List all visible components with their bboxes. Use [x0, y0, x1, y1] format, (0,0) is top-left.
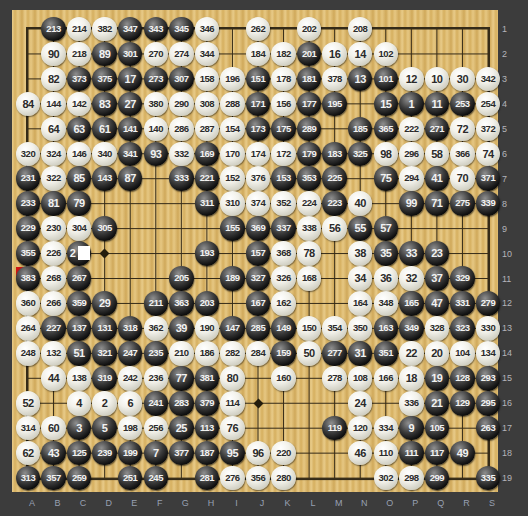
stone-white-B7[interactable]: 322	[41, 166, 66, 191]
stone-white-J1[interactable]: 262	[246, 17, 271, 42]
stone-black-D3[interactable]: 375	[92, 67, 117, 92]
stone-white-E17[interactable]: 198	[118, 416, 143, 441]
stone-black-K9[interactable]: 337	[271, 216, 296, 241]
move-number: 224	[297, 191, 322, 216]
stone-white-M3[interactable]: 378	[322, 67, 347, 92]
stone-black-D5[interactable]: 61	[92, 117, 117, 142]
stone-white-O19[interactable]: 302	[374, 466, 399, 491]
stone-black-O9[interactable]: 57	[374, 216, 399, 241]
stone-black-M17[interactable]: 119	[322, 416, 347, 441]
stone-white-L10[interactable]: 78	[297, 241, 322, 266]
stone-black-F14[interactable]: 235	[144, 341, 169, 366]
stone-black-J10[interactable]: 157	[246, 241, 271, 266]
stone-white-E15[interactable]: 242	[118, 366, 143, 391]
stone-black-H18[interactable]: 187	[195, 441, 220, 466]
stone-white-S14[interactable]: 134	[476, 341, 501, 366]
stone-black-K5[interactable]: 175	[271, 117, 296, 142]
stone-black-R16[interactable]: 129	[450, 391, 475, 416]
stone-black-E19[interactable]: 251	[118, 466, 143, 491]
move-number: 295	[476, 391, 501, 416]
stone-black-D14[interactable]: 321	[92, 341, 117, 366]
stone-black-N9[interactable]: 55	[348, 216, 373, 241]
stone-black-R18[interactable]: 49	[450, 441, 475, 466]
stone-white-K2[interactable]: 182	[271, 42, 296, 67]
stone-white-N1[interactable]: 208	[348, 17, 373, 42]
stone-black-B19[interactable]: 357	[41, 466, 66, 491]
stone-white-O12[interactable]: 348	[374, 291, 399, 316]
stone-white-A13[interactable]: 264	[16, 316, 41, 341]
stone-black-E6[interactable]: 341	[118, 142, 143, 167]
stone-black-E18[interactable]: 199	[118, 441, 143, 466]
stone-black-P12[interactable]: 165	[399, 291, 424, 316]
stone-white-B11[interactable]: 268	[41, 266, 66, 291]
stone-black-B8[interactable]: 81	[41, 191, 66, 216]
move-number: 170	[220, 142, 245, 167]
stone-black-L2[interactable]: 201	[297, 42, 322, 67]
move-number: 247	[118, 341, 143, 366]
stone-black-C13[interactable]: 137	[67, 316, 92, 341]
stone-black-K7[interactable]: 153	[271, 166, 296, 191]
stone-white-F17[interactable]: 256	[144, 416, 169, 441]
stone-black-L3[interactable]: 181	[297, 67, 322, 92]
stone-black-Q12[interactable]: 47	[425, 291, 450, 316]
stone-black-F12[interactable]: 211	[144, 291, 169, 316]
stone-white-Q13[interactable]: 328	[425, 316, 450, 341]
stone-black-I9[interactable]: 155	[220, 216, 245, 241]
stone-black-Q15[interactable]: 19	[425, 366, 450, 391]
stone-white-N11[interactable]: 34	[348, 266, 373, 291]
stone-white-P5[interactable]: 222	[399, 117, 424, 142]
stone-white-F13[interactable]: 362	[144, 316, 169, 341]
stone-white-S6[interactable]: 74	[476, 142, 501, 167]
stone-black-D2[interactable]: 89	[92, 42, 117, 67]
stone-white-I15[interactable]: 80	[220, 366, 245, 391]
stone-black-H19[interactable]: 281	[195, 466, 220, 491]
stone-black-B13[interactable]: 227	[41, 316, 66, 341]
stone-black-D12[interactable]: 29	[92, 291, 117, 316]
stone-white-N12[interactable]: 164	[348, 291, 373, 316]
stone-white-G6[interactable]: 332	[169, 142, 194, 167]
stone-black-F18[interactable]: 7	[144, 441, 169, 466]
stone-black-C8[interactable]: 79	[67, 191, 92, 216]
stone-white-F4[interactable]: 380	[144, 92, 169, 117]
stone-black-P8[interactable]: 99	[399, 191, 424, 216]
stone-white-Q14[interactable]: 20	[425, 341, 450, 366]
stone-white-O18[interactable]: 110	[374, 441, 399, 466]
stone-black-S8[interactable]: 339	[476, 191, 501, 216]
stone-white-I3[interactable]: 196	[220, 67, 245, 92]
stone-black-H7[interactable]: 221	[195, 166, 220, 191]
stone-white-L13[interactable]: 150	[297, 316, 322, 341]
stone-black-H17[interactable]: 113	[195, 416, 220, 441]
stone-black-G13[interactable]: 39	[169, 316, 194, 341]
stone-black-M8[interactable]: 223	[322, 191, 347, 216]
stone-black-R15[interactable]: 128	[450, 366, 475, 391]
stone-black-C7[interactable]: 85	[67, 166, 92, 191]
stone-black-D7[interactable]: 143	[92, 166, 117, 191]
stone-white-D16[interactable]: 2	[92, 391, 117, 416]
stone-white-D1[interactable]: 382	[92, 17, 117, 42]
stone-black-D17[interactable]: 5	[92, 416, 117, 441]
stone-black-J11[interactable]: 327	[246, 266, 271, 291]
stone-white-C9[interactable]: 304	[67, 216, 92, 241]
stone-black-C19[interactable]: 259	[67, 466, 92, 491]
stone-black-F6[interactable]: 93	[144, 142, 169, 167]
stone-white-N2[interactable]: 14	[348, 42, 373, 67]
stone-black-B18[interactable]: 43	[41, 441, 66, 466]
stone-white-B14[interactable]: 132	[41, 341, 66, 366]
stone-white-A17[interactable]: 314	[16, 416, 41, 441]
stone-black-D18[interactable]: 239	[92, 441, 117, 466]
stone-white-J18[interactable]: 96	[246, 441, 271, 466]
stone-white-P6[interactable]: 296	[399, 142, 424, 167]
stone-black-S7[interactable]: 371	[476, 166, 501, 191]
stone-black-L4[interactable]: 177	[297, 92, 322, 117]
stone-white-I19[interactable]: 276	[220, 466, 245, 491]
stone-black-R13[interactable]: 323	[450, 316, 475, 341]
stone-black-G11[interactable]: 205	[169, 266, 194, 291]
stone-black-E13[interactable]: 318	[118, 316, 143, 341]
stone-white-G5[interactable]: 286	[169, 117, 194, 142]
stone-black-D9[interactable]: 305	[92, 216, 117, 241]
stone-white-P15[interactable]: 18	[399, 366, 424, 391]
stone-white-M9[interactable]: 56	[322, 216, 347, 241]
stone-white-S3[interactable]: 342	[476, 67, 501, 92]
stone-black-C17[interactable]: 3	[67, 416, 92, 441]
stone-white-M15[interactable]: 278	[322, 366, 347, 391]
stone-white-P14[interactable]: 22	[399, 341, 424, 366]
stone-white-H1[interactable]: 346	[195, 17, 220, 42]
stone-black-N14[interactable]: 31	[348, 341, 373, 366]
stone-black-O7[interactable]: 75	[374, 166, 399, 191]
stone-white-K12[interactable]: 162	[271, 291, 296, 316]
stone-black-E5[interactable]: 141	[118, 117, 143, 142]
stone-black-Q4[interactable]: 11	[425, 92, 450, 117]
stone-white-J8[interactable]: 374	[246, 191, 271, 216]
stone-white-I6[interactable]: 170	[220, 142, 245, 167]
stone-white-C6[interactable]: 146	[67, 142, 92, 167]
stone-black-O3[interactable]: 101	[374, 67, 399, 92]
stone-black-A7[interactable]: 231	[16, 166, 41, 191]
stone-black-P13[interactable]: 349	[399, 316, 424, 341]
stone-white-I16[interactable]: 114	[220, 391, 245, 416]
stone-white-B5[interactable]: 64	[41, 117, 66, 142]
stone-black-L7[interactable]: 353	[297, 166, 322, 191]
stone-white-H14[interactable]: 186	[195, 341, 220, 366]
stone-black-H8[interactable]: 311	[195, 191, 220, 216]
stone-black-E2[interactable]: 301	[118, 42, 143, 67]
stone-white-I8[interactable]: 310	[220, 191, 245, 216]
stone-white-H3[interactable]: 158	[195, 67, 220, 92]
move-number: 79	[67, 191, 92, 216]
stone-black-R8[interactable]: 275	[450, 191, 475, 216]
stone-black-C3[interactable]: 373	[67, 67, 92, 92]
stone-white-N8[interactable]: 40	[348, 191, 373, 216]
stone-white-C2[interactable]: 218	[67, 42, 92, 67]
stone-white-B12[interactable]: 266	[41, 291, 66, 316]
stone-black-K13[interactable]: 149	[271, 316, 296, 341]
stone-white-I5[interactable]: 154	[220, 117, 245, 142]
move-number: 167	[246, 291, 271, 316]
stone-black-G15[interactable]: 77	[169, 366, 194, 391]
stone-black-C5[interactable]: 63	[67, 117, 92, 142]
stone-white-P19[interactable]: 298	[399, 466, 424, 491]
stone-black-J4[interactable]: 171	[246, 92, 271, 117]
stone-black-O13[interactable]: 163	[374, 316, 399, 341]
stone-white-B17[interactable]: 60	[41, 416, 66, 441]
stone-black-C10[interactable]: 2	[67, 241, 92, 266]
stone-white-H2[interactable]: 344	[195, 42, 220, 67]
stone-black-I11[interactable]: 189	[220, 266, 245, 291]
move-number: 271	[425, 117, 450, 142]
stone-white-S4[interactable]: 254	[476, 92, 501, 117]
stone-black-K14[interactable]: 159	[271, 341, 296, 366]
stone-black-E14[interactable]: 247	[118, 341, 143, 366]
stone-black-C14[interactable]: 51	[67, 341, 92, 366]
stone-black-S19[interactable]: 335	[476, 466, 501, 491]
stone-white-F15[interactable]: 236	[144, 366, 169, 391]
stone-white-G4[interactable]: 290	[169, 92, 194, 117]
stone-white-D6[interactable]: 340	[92, 142, 117, 167]
stone-white-J19[interactable]: 356	[246, 466, 271, 491]
stone-black-R11[interactable]: 329	[450, 266, 475, 291]
stone-white-I17[interactable]: 76	[220, 416, 245, 441]
stone-black-G7[interactable]: 333	[169, 166, 194, 191]
stone-black-S12[interactable]: 279	[476, 291, 501, 316]
stone-white-A16[interactable]: 52	[16, 391, 41, 416]
stone-black-M7[interactable]: 225	[322, 166, 347, 191]
stone-white-R14[interactable]: 104	[450, 341, 475, 366]
stone-white-R7[interactable]: 70	[450, 166, 475, 191]
stone-white-R3[interactable]: 30	[450, 67, 475, 92]
stone-black-A8[interactable]: 233	[16, 191, 41, 216]
stone-white-L11[interactable]: 168	[297, 266, 322, 291]
stone-white-B10[interactable]: 226	[41, 241, 66, 266]
stone-white-B3[interactable]: 82	[41, 67, 66, 92]
stone-black-J5[interactable]: 173	[246, 117, 271, 142]
move-number: 268	[41, 266, 66, 291]
stone-white-S5[interactable]: 372	[476, 117, 501, 142]
stone-black-Q11[interactable]: 37	[425, 266, 450, 291]
stone-black-D15[interactable]: 319	[92, 366, 117, 391]
stone-black-S17[interactable]: 263	[476, 416, 501, 441]
stone-white-J2[interactable]: 184	[246, 42, 271, 67]
stone-white-O2[interactable]: 102	[374, 42, 399, 67]
stone-white-P7[interactable]: 294	[399, 166, 424, 191]
stone-black-I18[interactable]: 95	[220, 441, 245, 466]
stone-black-E1[interactable]: 347	[118, 17, 143, 42]
stone-white-B2[interactable]: 90	[41, 42, 66, 67]
stone-white-A18[interactable]: 62	[16, 441, 41, 466]
stone-white-B15[interactable]: 44	[41, 366, 66, 391]
stone-white-K3[interactable]: 178	[271, 67, 296, 92]
stone-white-N10[interactable]: 38	[348, 241, 373, 266]
stone-white-R6[interactable]: 366	[450, 142, 475, 167]
stone-black-O4[interactable]: 15	[374, 92, 399, 117]
stone-black-D13[interactable]: 131	[92, 316, 117, 341]
stone-white-P3[interactable]: 12	[399, 67, 424, 92]
stone-white-J6[interactable]: 174	[246, 142, 271, 167]
stone-black-P18[interactable]: 111	[399, 441, 424, 466]
stone-white-B9[interactable]: 230	[41, 216, 66, 241]
stone-black-G17[interactable]: 25	[169, 416, 194, 441]
stone-white-N15[interactable]: 108	[348, 366, 373, 391]
stone-white-H13[interactable]: 190	[195, 316, 220, 341]
stone-white-R5[interactable]: 72	[450, 117, 475, 142]
stone-white-L1[interactable]: 202	[297, 17, 322, 42]
stone-white-L14[interactable]: 50	[297, 341, 322, 366]
stone-white-H4[interactable]: 308	[195, 92, 220, 117]
stone-black-F3[interactable]: 273	[144, 67, 169, 92]
stone-white-N16[interactable]: 24	[348, 391, 373, 416]
stone-black-C12[interactable]: 359	[67, 291, 92, 316]
stone-white-N18[interactable]: 46	[348, 441, 373, 466]
stone-white-N17[interactable]: 120	[348, 416, 373, 441]
stone-white-K8[interactable]: 352	[271, 191, 296, 216]
stone-white-K4[interactable]: 156	[271, 92, 296, 117]
stone-black-O10[interactable]: 35	[374, 241, 399, 266]
stone-white-I14[interactable]: 282	[220, 341, 245, 366]
stone-black-E4[interactable]: 27	[118, 92, 143, 117]
stone-white-A14[interactable]: 248	[16, 341, 41, 366]
stone-white-Q3[interactable]: 10	[425, 67, 450, 92]
stone-black-S16[interactable]: 295	[476, 391, 501, 416]
stone-white-O6[interactable]: 98	[374, 142, 399, 167]
stone-white-G14[interactable]: 210	[169, 341, 194, 366]
stone-black-G12[interactable]: 363	[169, 291, 194, 316]
stone-black-F16[interactable]: 241	[144, 391, 169, 416]
stone-black-Q5[interactable]: 271	[425, 117, 450, 142]
stone-white-M13[interactable]: 354	[322, 316, 347, 341]
stone-white-O15[interactable]: 166	[374, 366, 399, 391]
stone-white-F2[interactable]: 270	[144, 42, 169, 67]
stone-black-J3[interactable]: 151	[246, 67, 271, 92]
stone-black-M14[interactable]: 277	[322, 341, 347, 366]
stone-black-O5[interactable]: 365	[374, 117, 399, 142]
stone-white-L8[interactable]: 224	[297, 191, 322, 216]
stone-black-A19[interactable]: 313	[16, 466, 41, 491]
stone-white-I7[interactable]: 152	[220, 166, 245, 191]
stone-white-O11[interactable]: 36	[374, 266, 399, 291]
stone-white-K10[interactable]: 368	[271, 241, 296, 266]
stone-black-Q16[interactable]: 21	[425, 391, 450, 416]
stone-black-L5[interactable]: 289	[297, 117, 322, 142]
stone-black-A9[interactable]: 229	[16, 216, 41, 241]
stone-black-Q7[interactable]: 41	[425, 166, 450, 191]
stone-white-J14[interactable]: 284	[246, 341, 271, 366]
stone-black-Q19[interactable]: 299	[425, 466, 450, 491]
stone-white-K18[interactable]: 220	[271, 441, 296, 466]
stone-black-G16[interactable]: 283	[169, 391, 194, 416]
stone-white-E16[interactable]: 6	[118, 391, 143, 416]
stone-black-N5[interactable]: 185	[348, 117, 373, 142]
stone-black-R4[interactable]: 253	[450, 92, 475, 117]
stone-black-E3[interactable]: 17	[118, 67, 143, 92]
stone-black-M6[interactable]: 183	[322, 142, 347, 167]
row-label-16: 16	[502, 398, 526, 408]
stone-white-A12[interactable]: 360	[16, 291, 41, 316]
stone-black-Q10[interactable]: 23	[425, 241, 450, 266]
stone-black-H15[interactable]: 381	[195, 366, 220, 391]
stone-white-C15[interactable]: 138	[67, 366, 92, 391]
stone-white-P16[interactable]: 336	[399, 391, 424, 416]
move-number: 356	[246, 466, 271, 491]
stone-white-A6[interactable]: 320	[16, 142, 41, 167]
stone-black-I13[interactable]: 147	[220, 316, 245, 341]
stone-black-L6[interactable]: 179	[297, 142, 322, 167]
stone-black-B1[interactable]: 213	[41, 17, 66, 42]
stone-black-O14[interactable]: 351	[374, 341, 399, 366]
stone-black-A11[interactable]: 383	[16, 266, 41, 291]
stone-white-J7[interactable]: 376	[246, 166, 271, 191]
stone-white-O17[interactable]: 334	[374, 416, 399, 441]
stone-black-F19[interactable]: 245	[144, 466, 169, 491]
stone-white-Q6[interactable]: 58	[425, 142, 450, 167]
stone-black-A10[interactable]: 355	[16, 241, 41, 266]
stone-white-N13[interactable]: 350	[348, 316, 373, 341]
stone-black-R12[interactable]: 331	[450, 291, 475, 316]
stone-black-D4[interactable]: 83	[92, 92, 117, 117]
stone-black-N6[interactable]: 325	[348, 142, 373, 167]
stone-black-S15[interactable]: 293	[476, 366, 501, 391]
stone-black-J13[interactable]: 285	[246, 316, 271, 341]
stone-white-K15[interactable]: 160	[271, 366, 296, 391]
stone-black-H10[interactable]: 193	[195, 241, 220, 266]
stone-black-M4[interactable]: 195	[322, 92, 347, 117]
stone-white-P11[interactable]: 32	[399, 266, 424, 291]
stone-black-Q17[interactable]: 105	[425, 416, 450, 441]
move-number: 11	[425, 92, 450, 117]
stone-white-K19[interactable]: 280	[271, 466, 296, 491]
stone-white-I4[interactable]: 288	[220, 92, 245, 117]
stone-black-P4[interactable]: 1	[399, 92, 424, 117]
stone-white-C16[interactable]: 4	[67, 391, 92, 416]
stone-white-K6[interactable]: 172	[271, 142, 296, 167]
stone-black-E7[interactable]: 87	[118, 166, 143, 191]
stone-white-F5[interactable]: 140	[144, 117, 169, 142]
stone-black-H6[interactable]: 169	[195, 142, 220, 167]
stone-black-F1[interactable]: 343	[144, 17, 169, 42]
stone-black-C18[interactable]: 125	[67, 441, 92, 466]
stone-white-S13[interactable]: 330	[476, 316, 501, 341]
stone-black-G1[interactable]: 345	[169, 17, 194, 42]
stone-black-H16[interactable]: 379	[195, 391, 220, 416]
move-number: 56	[322, 216, 347, 241]
stone-black-J9[interactable]: 369	[246, 216, 271, 241]
stone-black-G3[interactable]: 307	[169, 67, 194, 92]
stone-white-A4[interactable]: 84	[16, 92, 41, 117]
stone-white-M2[interactable]: 16	[322, 42, 347, 67]
stone-black-P10[interactable]: 33	[399, 241, 424, 266]
stone-white-H5[interactable]: 287	[195, 117, 220, 142]
stone-black-H12[interactable]: 203	[195, 291, 220, 316]
stone-white-L9[interactable]: 338	[297, 216, 322, 241]
stone-black-J12[interactable]: 167	[246, 291, 271, 316]
stone-white-B4[interactable]: 144	[41, 92, 66, 117]
stone-black-N3[interactable]: 13	[348, 67, 373, 92]
stone-white-C4[interactable]: 142	[67, 92, 92, 117]
stone-white-C1[interactable]: 214	[67, 17, 92, 42]
stone-black-C11[interactable]: 267	[67, 266, 92, 291]
stone-black-Q8[interactable]: 71	[425, 191, 450, 216]
stone-white-K11[interactable]: 326	[271, 266, 296, 291]
move-number: 27	[118, 92, 143, 117]
stone-black-P17[interactable]: 9	[399, 416, 424, 441]
stone-black-G18[interactable]: 377	[169, 441, 194, 466]
stone-white-B6[interactable]: 324	[41, 142, 66, 167]
stone-white-G2[interactable]: 274	[169, 42, 194, 67]
stone-black-Q18[interactable]: 117	[425, 441, 450, 466]
